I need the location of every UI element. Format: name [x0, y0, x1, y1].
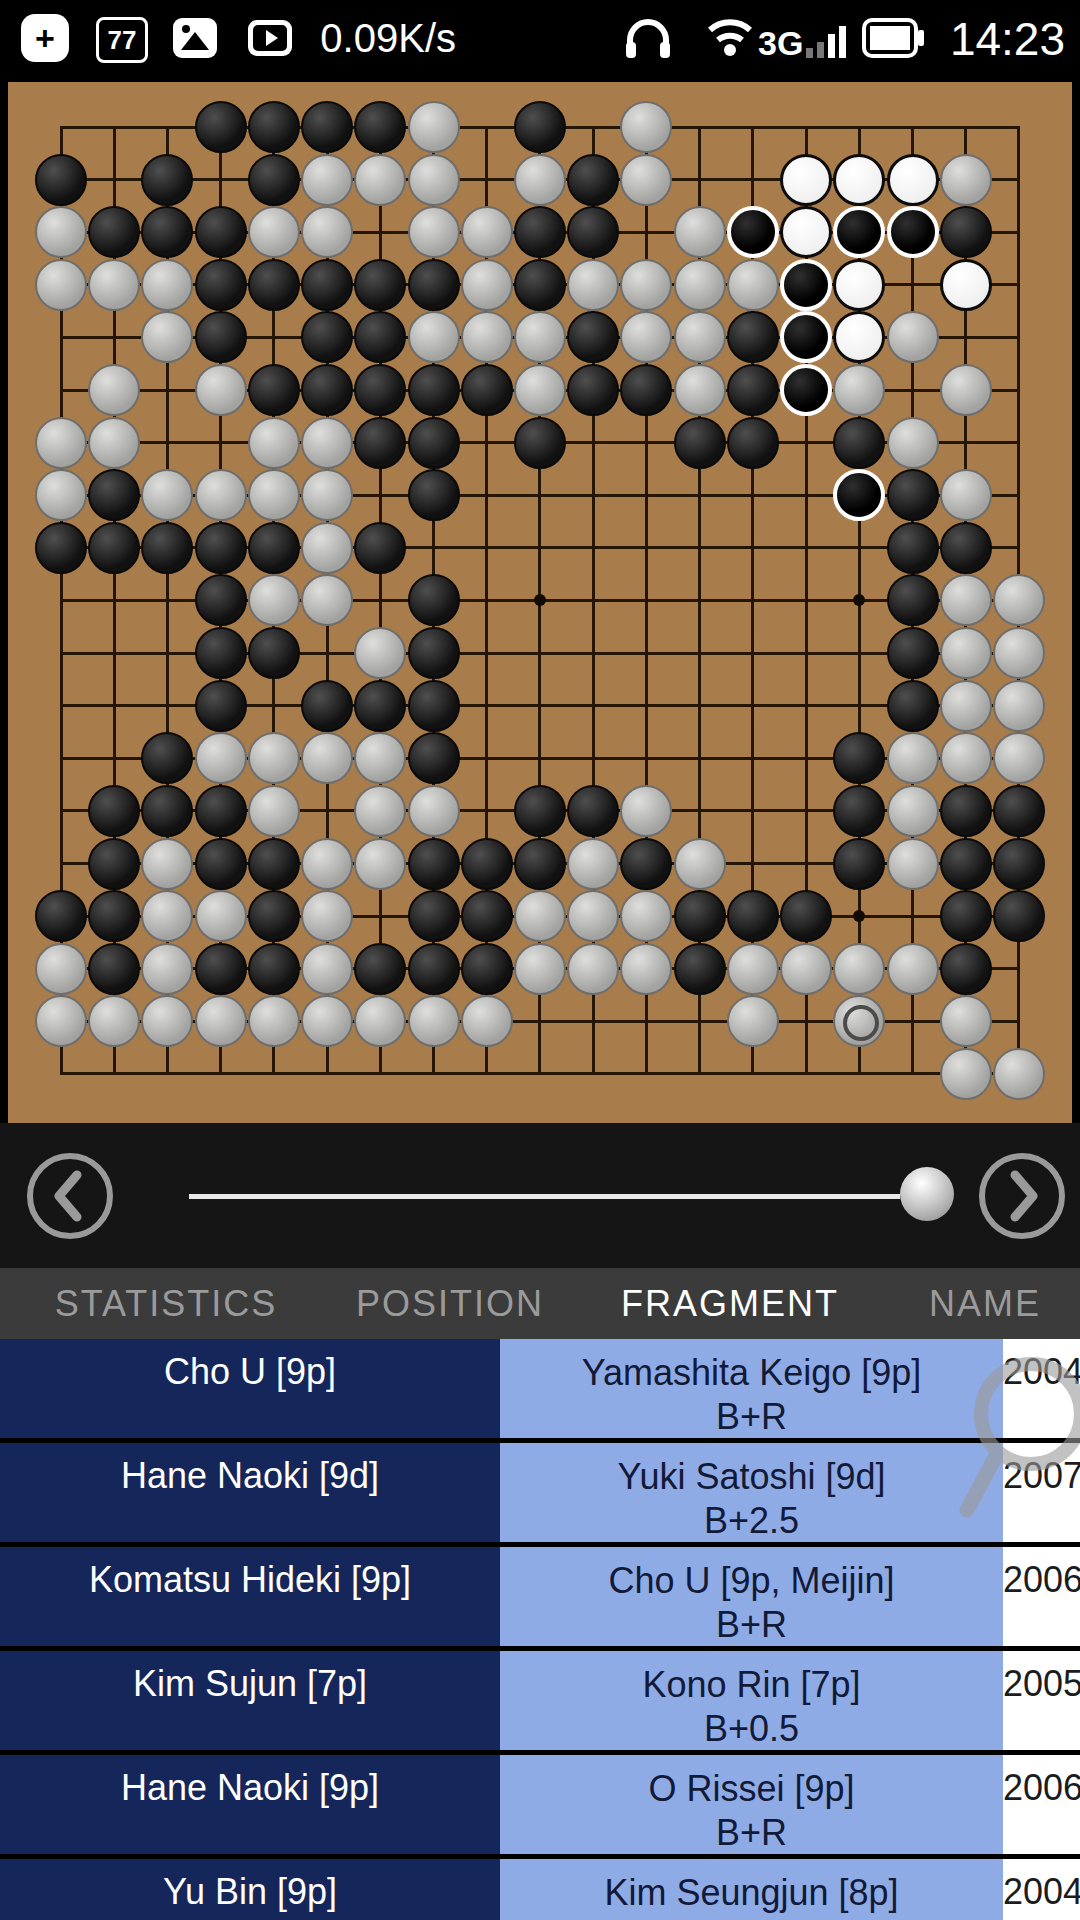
white-stone [674, 206, 726, 258]
black-stone [88, 890, 140, 942]
white-stone [35, 943, 87, 995]
status-bar: + 77 0.09K/s 3G [0, 0, 1080, 78]
white-stone [35, 995, 87, 1047]
black-stone [354, 364, 406, 416]
white-stone [301, 838, 353, 890]
black-stone [354, 417, 406, 469]
white-stone [301, 522, 353, 574]
white-stone [674, 311, 726, 363]
year-cell: 2006 [1003, 1755, 1080, 1854]
signal-bars-icon [806, 20, 854, 68]
white-stone [461, 259, 513, 311]
black-stone [461, 838, 513, 890]
black-stone [567, 154, 619, 206]
black-stone [727, 311, 779, 363]
player-right-and-result: Kim Seungjun [8p] [500, 1859, 1003, 1920]
black-stone [195, 206, 247, 258]
white-stone [248, 785, 300, 837]
black-stone [993, 785, 1045, 837]
go-board[interactable] [8, 82, 1072, 1123]
black-stone [833, 732, 885, 784]
black-stone [408, 680, 460, 732]
tab-position[interactable]: POSITION [356, 1283, 544, 1325]
black-stone [408, 732, 460, 784]
player-left: Hane Naoki [9p] [0, 1755, 500, 1854]
white-stone [301, 417, 353, 469]
black-stone [248, 259, 300, 311]
black-stone-highlighted [833, 469, 885, 521]
black-stone [833, 785, 885, 837]
black-stone [674, 417, 726, 469]
black-stone [195, 311, 247, 363]
white-stone [887, 943, 939, 995]
white-stone [887, 311, 939, 363]
black-stone [354, 311, 406, 363]
network-speed: 0.09K/s [320, 16, 456, 61]
black-stone [301, 364, 353, 416]
move-slider-thumb[interactable] [900, 1167, 954, 1221]
white-stone [567, 259, 619, 311]
white-stone-highlighted [833, 154, 885, 206]
grid-line-h [60, 1072, 1021, 1075]
search-tabs-bar: STATISTICSPOSITIONFRAGMENTNAME [0, 1268, 1080, 1339]
white-stone [674, 364, 726, 416]
black-stone [195, 627, 247, 679]
white-stone [461, 311, 513, 363]
white-stone [141, 890, 193, 942]
year-cell: 2005 [1003, 1651, 1080, 1750]
year-cell: 2004 [1003, 1859, 1080, 1920]
black-stone-highlighted [780, 364, 832, 416]
game-results-table: Cho U [9p]Yamashita Keigo [9p]B+R2004Han… [0, 1339, 1080, 1920]
black-stone [567, 364, 619, 416]
headphones-icon [622, 14, 670, 62]
white-stone [461, 206, 513, 258]
white-stone [887, 417, 939, 469]
white-stone [248, 995, 300, 1047]
black-stone [195, 101, 247, 153]
white-stone [408, 101, 460, 153]
black-stone [727, 364, 779, 416]
black-stone [887, 680, 939, 732]
white-stone [620, 101, 672, 153]
black-stone [354, 943, 406, 995]
player-right-and-result: O Rissei [9p]B+R [500, 1755, 1003, 1854]
black-stone [354, 101, 406, 153]
white-stone [620, 311, 672, 363]
white-stone [567, 943, 619, 995]
white-stone [993, 1048, 1045, 1100]
white-stone [301, 732, 353, 784]
white-stone [940, 627, 992, 679]
white-stone-highlighted [940, 259, 992, 311]
gallery-icon [171, 14, 219, 62]
white-stone [354, 732, 406, 784]
white-stone [248, 206, 300, 258]
black-stone [887, 522, 939, 574]
black-stone [408, 838, 460, 890]
black-stone [993, 890, 1045, 942]
black-stone [620, 838, 672, 890]
white-stone [88, 995, 140, 1047]
black-stone [248, 890, 300, 942]
white-stone [408, 785, 460, 837]
white-stone [887, 838, 939, 890]
white-stone [514, 154, 566, 206]
black-stone [780, 890, 832, 942]
black-stone [195, 838, 247, 890]
black-stone [461, 943, 513, 995]
black-stone [88, 206, 140, 258]
black-stone [727, 417, 779, 469]
black-stone [514, 101, 566, 153]
black-stone [674, 943, 726, 995]
white-stone [354, 995, 406, 1047]
white-stone [301, 574, 353, 626]
white-stone [141, 943, 193, 995]
black-stone [35, 522, 87, 574]
black-stone [195, 680, 247, 732]
game-row[interactable]: Kim Sujun [7p]Kono Rin [7p]B+0.52005 [0, 1651, 1080, 1750]
plus-badge-icon: + [21, 14, 69, 62]
black-stone [674, 890, 726, 942]
app-screen: + 77 0.09K/s 3G [0, 0, 1080, 1920]
white-stone [833, 364, 885, 416]
white-stone [408, 311, 460, 363]
white-stone [514, 943, 566, 995]
player-right-and-result: Yuki Satoshi [9d]B+2.5 [500, 1443, 1003, 1542]
white-stone [620, 943, 672, 995]
white-stone [940, 364, 992, 416]
white-stone [567, 890, 619, 942]
black-stone [301, 311, 353, 363]
black-stone [993, 838, 1045, 890]
black-stone [461, 364, 513, 416]
white-stone [940, 469, 992, 521]
circle-marker [843, 1005, 879, 1041]
white-stone [88, 259, 140, 311]
white-stone [940, 995, 992, 1047]
black-stone [248, 522, 300, 574]
black-stone-highlighted [833, 206, 885, 258]
white-stone [408, 206, 460, 258]
black-stone [248, 838, 300, 890]
white-stone [674, 259, 726, 311]
black-stone [408, 259, 460, 311]
black-stone [940, 522, 992, 574]
black-stone [408, 627, 460, 679]
white-stone [141, 995, 193, 1047]
player-right-and-result: Cho U [9p, Meijin]B+R [500, 1547, 1003, 1646]
white-stone [620, 259, 672, 311]
game-row[interactable]: Komatsu Hideki [9p]Cho U [9p, Meijin]B+R… [0, 1547, 1080, 1646]
white-stone-highlighted [833, 311, 885, 363]
white-stone [248, 574, 300, 626]
black-stone [887, 627, 939, 679]
white-stone [887, 732, 939, 784]
black-stone [195, 943, 247, 995]
year-cell: 2006 [1003, 1547, 1080, 1646]
move-slider-track[interactable] [189, 1194, 900, 1199]
tab-fragment[interactable]: FRAGMENT [621, 1283, 839, 1325]
white-stone [248, 469, 300, 521]
player-right-and-result: Yamashita Keigo [9p]B+R [500, 1339, 1003, 1438]
black-stone [88, 522, 140, 574]
player-left: Yu Bin [9p] [0, 1859, 500, 1920]
white-stone [461, 995, 513, 1047]
white-stone [727, 995, 779, 1047]
black-stone [514, 206, 566, 258]
black-stone [35, 154, 87, 206]
white-stone [141, 259, 193, 311]
black-stone [514, 259, 566, 311]
white-stone [35, 206, 87, 258]
black-stone [408, 943, 460, 995]
black-stone [195, 574, 247, 626]
black-stone [727, 890, 779, 942]
player-left: Komatsu Hideki [9p] [0, 1547, 500, 1646]
white-stone [195, 364, 247, 416]
hoshi-point [853, 594, 865, 606]
white-stone [195, 732, 247, 784]
white-stone [940, 732, 992, 784]
black-stone [301, 259, 353, 311]
black-stone [887, 469, 939, 521]
white-stone [354, 838, 406, 890]
white-stone [354, 785, 406, 837]
white-stone [408, 995, 460, 1047]
white-stone [620, 890, 672, 942]
white-stone [514, 364, 566, 416]
white-stone [301, 890, 353, 942]
white-stone [567, 838, 619, 890]
black-stone [141, 785, 193, 837]
white-stone [993, 574, 1045, 626]
white-stone [141, 469, 193, 521]
white-stone [141, 838, 193, 890]
game-row[interactable]: Hane Naoki [9d]Yuki Satoshi [9d]B+2.5200… [0, 1443, 1080, 1542]
black-stone [408, 364, 460, 416]
white-stone [354, 154, 406, 206]
white-stone [620, 785, 672, 837]
black-stone [887, 574, 939, 626]
black-stone [408, 890, 460, 942]
search-magnifier-icon[interactable] [955, 1352, 1080, 1542]
white-stone-marked [833, 995, 885, 1047]
black-stone-highlighted [727, 206, 779, 258]
game-row[interactable]: Hane Naoki [9p]O Rissei [9p]B+R2006 [0, 1755, 1080, 1854]
black-stone [88, 943, 140, 995]
white-stone [301, 943, 353, 995]
white-stone [301, 154, 353, 206]
black-stone [833, 838, 885, 890]
wifi-icon [704, 12, 752, 60]
white-stone [248, 732, 300, 784]
white-stone [141, 311, 193, 363]
white-stone [780, 943, 832, 995]
white-stone [195, 890, 247, 942]
white-stone [674, 838, 726, 890]
black-stone [88, 469, 140, 521]
white-stone [940, 154, 992, 206]
black-stone [88, 838, 140, 890]
black-stone [248, 943, 300, 995]
white-stone [727, 943, 779, 995]
black-stone [141, 206, 193, 258]
black-stone [248, 101, 300, 153]
black-stone [301, 680, 353, 732]
play-icon [246, 14, 294, 62]
hoshi-point [534, 594, 546, 606]
black-stone [514, 785, 566, 837]
black-stone [141, 732, 193, 784]
player-right-and-result: Kono Rin [7p]B+0.5 [500, 1651, 1003, 1750]
white-stone-highlighted [887, 154, 939, 206]
hoshi-point [853, 910, 865, 922]
tab-name[interactable]: NAME [929, 1283, 1041, 1325]
black-stone [940, 838, 992, 890]
white-stone [301, 206, 353, 258]
black-stone [88, 785, 140, 837]
network-type-label: 3G [758, 24, 803, 63]
white-stone [195, 469, 247, 521]
tab-statistics[interactable]: STATISTICS [55, 1283, 278, 1325]
game-row[interactable]: Cho U [9p]Yamashita Keigo [9p]B+R2004 [0, 1339, 1080, 1438]
white-stone [940, 574, 992, 626]
clock: 14:23 [950, 12, 1065, 66]
white-stone-highlighted [833, 259, 885, 311]
black-stone [354, 259, 406, 311]
black-stone [567, 206, 619, 258]
white-stone [514, 311, 566, 363]
black-stone [620, 364, 672, 416]
black-stone [940, 785, 992, 837]
battery-icon [862, 16, 910, 64]
black-stone [248, 364, 300, 416]
black-stone [35, 890, 87, 942]
black-stone [141, 154, 193, 206]
black-stone [940, 206, 992, 258]
white-stone [195, 995, 247, 1047]
black-stone [567, 785, 619, 837]
white-stone [301, 995, 353, 1047]
black-stone [408, 574, 460, 626]
game-row[interactable]: Yu Bin [9p]Kim Seungjun [8p]2004 [0, 1859, 1080, 1920]
black-stone [301, 101, 353, 153]
white-stone [887, 785, 939, 837]
black-stone [195, 522, 247, 574]
black-stone [514, 417, 566, 469]
black-stone-highlighted [887, 206, 939, 258]
white-stone [620, 154, 672, 206]
black-stone [408, 469, 460, 521]
white-stone [514, 890, 566, 942]
black-stone-highlighted [780, 259, 832, 311]
white-stone [727, 259, 779, 311]
black-stone [514, 838, 566, 890]
player-left: Hane Naoki [9d] [0, 1443, 500, 1542]
white-stone-highlighted [780, 206, 832, 258]
black-stone [461, 890, 513, 942]
white-stone [88, 417, 140, 469]
white-stone [35, 469, 87, 521]
black-stone [248, 627, 300, 679]
player-left: Kim Sujun [7p] [0, 1651, 500, 1750]
white-stone-highlighted [780, 154, 832, 206]
white-stone [408, 154, 460, 206]
next-move-button[interactable] [979, 1153, 1065, 1239]
black-stone [195, 259, 247, 311]
black-stone [833, 417, 885, 469]
battery-77-icon: 77 [96, 14, 144, 62]
prev-move-button[interactable] [27, 1153, 113, 1239]
white-stone [940, 1048, 992, 1100]
black-stone-highlighted [780, 311, 832, 363]
white-stone [993, 680, 1045, 732]
black-stone [248, 154, 300, 206]
black-stone [940, 890, 992, 942]
move-nav-bar [0, 1123, 1080, 1268]
white-stone [248, 417, 300, 469]
black-stone [141, 522, 193, 574]
white-stone [88, 364, 140, 416]
black-stone [195, 785, 247, 837]
white-stone [993, 627, 1045, 679]
white-stone [940, 680, 992, 732]
white-stone [354, 627, 406, 679]
white-stone [301, 469, 353, 521]
black-stone [567, 311, 619, 363]
player-left: Cho U [9p] [0, 1339, 500, 1438]
black-stone [408, 417, 460, 469]
white-stone [35, 259, 87, 311]
white-stone [35, 417, 87, 469]
black-stone [940, 943, 992, 995]
white-stone [833, 943, 885, 995]
black-stone [354, 680, 406, 732]
white-stone [993, 732, 1045, 784]
black-stone [354, 522, 406, 574]
